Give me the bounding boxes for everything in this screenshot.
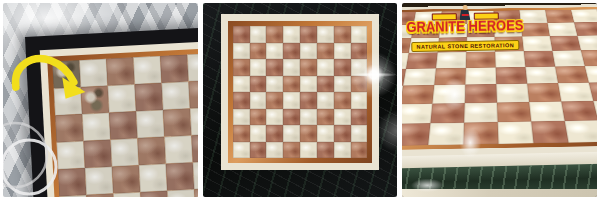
square-f7 [521, 23, 550, 37]
square-b4 [403, 68, 436, 85]
square-h6 [578, 35, 597, 50]
square-a6 [233, 59, 250, 76]
square-e3 [497, 84, 530, 103]
square-c5 [436, 52, 466, 68]
square-g2 [334, 125, 351, 142]
square-b5 [84, 140, 112, 168]
damage-arrow-icon [7, 49, 91, 107]
photo-collage: GRANITE HEROES NATURAL STONE RESTORATION [0, 0, 600, 200]
square-a8 [233, 26, 250, 43]
square-c4 [266, 92, 283, 109]
square-a4 [233, 92, 250, 109]
square-c6 [266, 59, 283, 76]
square-b1 [402, 123, 430, 145]
square-h3 [351, 109, 368, 126]
square-g8 [334, 26, 351, 43]
square-d2 [283, 125, 300, 142]
square-a5 [233, 76, 250, 93]
square-f1 [317, 142, 334, 159]
square-c4 [112, 165, 140, 193]
hero-head [462, 5, 467, 10]
square-e4 [166, 162, 194, 190]
square-g7 [334, 43, 351, 60]
square-f6 [317, 59, 334, 76]
chessboard-overhead-frame [221, 14, 380, 170]
square-f7 [317, 43, 334, 60]
square-g1 [565, 121, 597, 143]
square-c3 [433, 85, 466, 104]
square-h7 [351, 43, 368, 60]
square-d3 [283, 109, 300, 126]
square-g2 [562, 101, 597, 121]
square-d3 [140, 191, 168, 197]
square-e4 [300, 92, 317, 109]
square-c1 [266, 142, 283, 159]
square-e1 [300, 142, 317, 159]
square-c1 [429, 123, 465, 145]
square-d7 [135, 83, 163, 111]
square-e8 [160, 55, 188, 83]
square-c7 [266, 43, 283, 60]
square-f3 [194, 188, 197, 197]
square-b8 [250, 26, 267, 43]
square-d8 [283, 26, 300, 43]
square-f8 [187, 53, 198, 81]
square-g4 [555, 66, 589, 83]
square-c6 [109, 111, 137, 139]
square-f4 [317, 92, 334, 109]
square-b3 [250, 109, 267, 126]
square-d8 [133, 56, 161, 84]
square-f2 [317, 125, 334, 142]
square-h2 [351, 125, 368, 142]
square-d4 [139, 164, 167, 192]
square-a1 [233, 142, 250, 159]
square-c5 [110, 138, 138, 166]
square-b6 [82, 113, 110, 141]
square-b7 [250, 43, 267, 60]
square-f5 [317, 76, 334, 93]
square-b3 [86, 194, 114, 197]
square-g5 [334, 76, 351, 93]
square-h8 [351, 26, 368, 43]
photo-before-restoration [3, 3, 198, 197]
photo-overhead [203, 3, 398, 197]
hero-belt [462, 14, 469, 16]
square-g8 [546, 10, 575, 23]
board-inner-border [221, 14, 380, 170]
square-d1 [464, 122, 499, 144]
square-d1 [283, 142, 300, 159]
square-b5 [250, 76, 267, 93]
square-g3 [334, 109, 351, 126]
square-c3 [113, 192, 141, 197]
square-e7 [300, 43, 317, 60]
square-b4 [250, 92, 267, 109]
square-f8 [317, 26, 334, 43]
square-h4 [351, 92, 368, 109]
square-f6 [523, 36, 553, 51]
square-c4 [435, 68, 467, 85]
cable-icon [3, 115, 83, 197]
square-f4 [193, 161, 198, 189]
square-e6 [300, 59, 317, 76]
square-h5 [581, 50, 597, 66]
square-f4 [526, 66, 559, 83]
square-d5 [466, 52, 496, 68]
square-e6 [163, 108, 191, 136]
square-f5 [524, 51, 555, 67]
square-f2 [529, 101, 565, 121]
square-g6 [550, 36, 581, 51]
square-f1 [532, 121, 569, 143]
square-h1 [351, 142, 368, 159]
square-a7 [233, 43, 250, 60]
square-b1 [250, 142, 267, 159]
square-b3 [402, 85, 434, 104]
square-b2 [250, 125, 267, 142]
square-h7 [574, 22, 597, 36]
square-g5 [553, 50, 585, 66]
square-d4 [466, 67, 497, 84]
square-a2 [233, 125, 250, 142]
square-c2 [431, 103, 465, 123]
copper-trim [228, 21, 373, 163]
square-f3 [528, 83, 562, 102]
square-f6 [190, 107, 198, 135]
square-e5 [300, 76, 317, 93]
square-f5 [191, 134, 197, 162]
countertop [402, 189, 597, 197]
square-e7 [162, 82, 190, 110]
square-d5 [137, 137, 165, 165]
square-c8 [106, 57, 134, 85]
square-b5 [406, 52, 438, 68]
square-e5 [164, 135, 192, 163]
square-g6 [334, 59, 351, 76]
granite-heroes-logo: GRANITE HEROES NATURAL STONE RESTORATION [405, 4, 526, 53]
logo-brand-text: GRANITE HEROES [405, 18, 525, 35]
square-h8 [571, 9, 597, 22]
square-c5 [266, 76, 283, 93]
square-a3 [233, 109, 250, 126]
square-e1 [498, 122, 534, 144]
square-d6 [136, 110, 164, 138]
square-g7 [548, 22, 578, 36]
square-d4 [283, 92, 300, 109]
square-f3 [317, 109, 334, 126]
square-f7 [189, 80, 198, 108]
square-d5 [283, 76, 300, 93]
square-d7 [283, 43, 300, 60]
square-c8 [266, 26, 283, 43]
square-c3 [266, 109, 283, 126]
square-b2 [402, 104, 432, 125]
square-d3 [465, 84, 497, 103]
logo-tagline-text: NATURAL STONE RESTORATION [412, 40, 520, 52]
square-e5 [495, 51, 525, 67]
square-c7 [108, 84, 136, 112]
square-e3 [300, 109, 317, 126]
square-b4 [85, 167, 113, 195]
square-d6 [283, 59, 300, 76]
square-c2 [266, 125, 283, 142]
square-e3 [167, 189, 195, 197]
square-g3 [558, 83, 593, 102]
square-e8 [300, 26, 317, 43]
square-e2 [497, 102, 531, 122]
chessboard-overhead [233, 26, 368, 158]
square-d2 [464, 102, 498, 122]
square-b6 [250, 59, 267, 76]
square-g1 [334, 142, 351, 159]
square-e2 [300, 125, 317, 142]
square-g4 [334, 92, 351, 109]
photo-after-restoration: GRANITE HEROES NATURAL STONE RESTORATION [402, 3, 597, 197]
square-e4 [496, 67, 528, 84]
square-h5 [351, 76, 368, 93]
square-h6 [351, 59, 368, 76]
